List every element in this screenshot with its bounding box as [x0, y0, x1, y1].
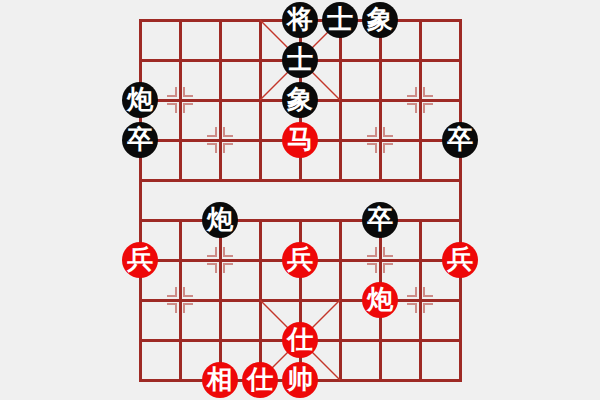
xiangqi-piece-red[interactable]: 兵 [122, 242, 158, 278]
xiangqi-piece-black[interactable]: 炮 [202, 202, 238, 238]
xiangqi-piece-red[interactable]: 相 [202, 362, 238, 398]
xiangqi-piece-black[interactable]: 卒 [362, 202, 398, 238]
xiangqi-piece-black[interactable]: 士 [282, 42, 318, 78]
xiangqi-piece-black[interactable]: 炮 [122, 82, 158, 118]
xiangqi-piece-red[interactable]: 兵 [282, 242, 318, 278]
xiangqi-piece-red[interactable]: 帅 [282, 362, 318, 398]
xiangqi-board-screenshot: 将士象士炮象卒马卒炮卒兵兵兵炮仕相仕帅 [0, 0, 600, 400]
xiangqi-piece-red[interactable]: 仕 [242, 362, 278, 398]
xiangqi-piece-black[interactable]: 卒 [122, 122, 158, 158]
xiangqi-piece-red[interactable]: 仕 [282, 322, 318, 358]
piece-layer: 将士象士炮象卒马卒炮卒兵兵兵炮仕相仕帅 [0, 0, 600, 400]
xiangqi-piece-black[interactable]: 士 [322, 2, 358, 38]
xiangqi-piece-red[interactable]: 兵 [442, 242, 478, 278]
xiangqi-piece-black[interactable]: 象 [362, 2, 398, 38]
xiangqi-piece-black[interactable]: 象 [282, 82, 318, 118]
xiangqi-piece-black[interactable]: 卒 [442, 122, 478, 158]
xiangqi-piece-red[interactable]: 马 [282, 122, 318, 158]
xiangqi-piece-red[interactable]: 炮 [362, 282, 398, 318]
xiangqi-piece-black[interactable]: 将 [282, 2, 318, 38]
